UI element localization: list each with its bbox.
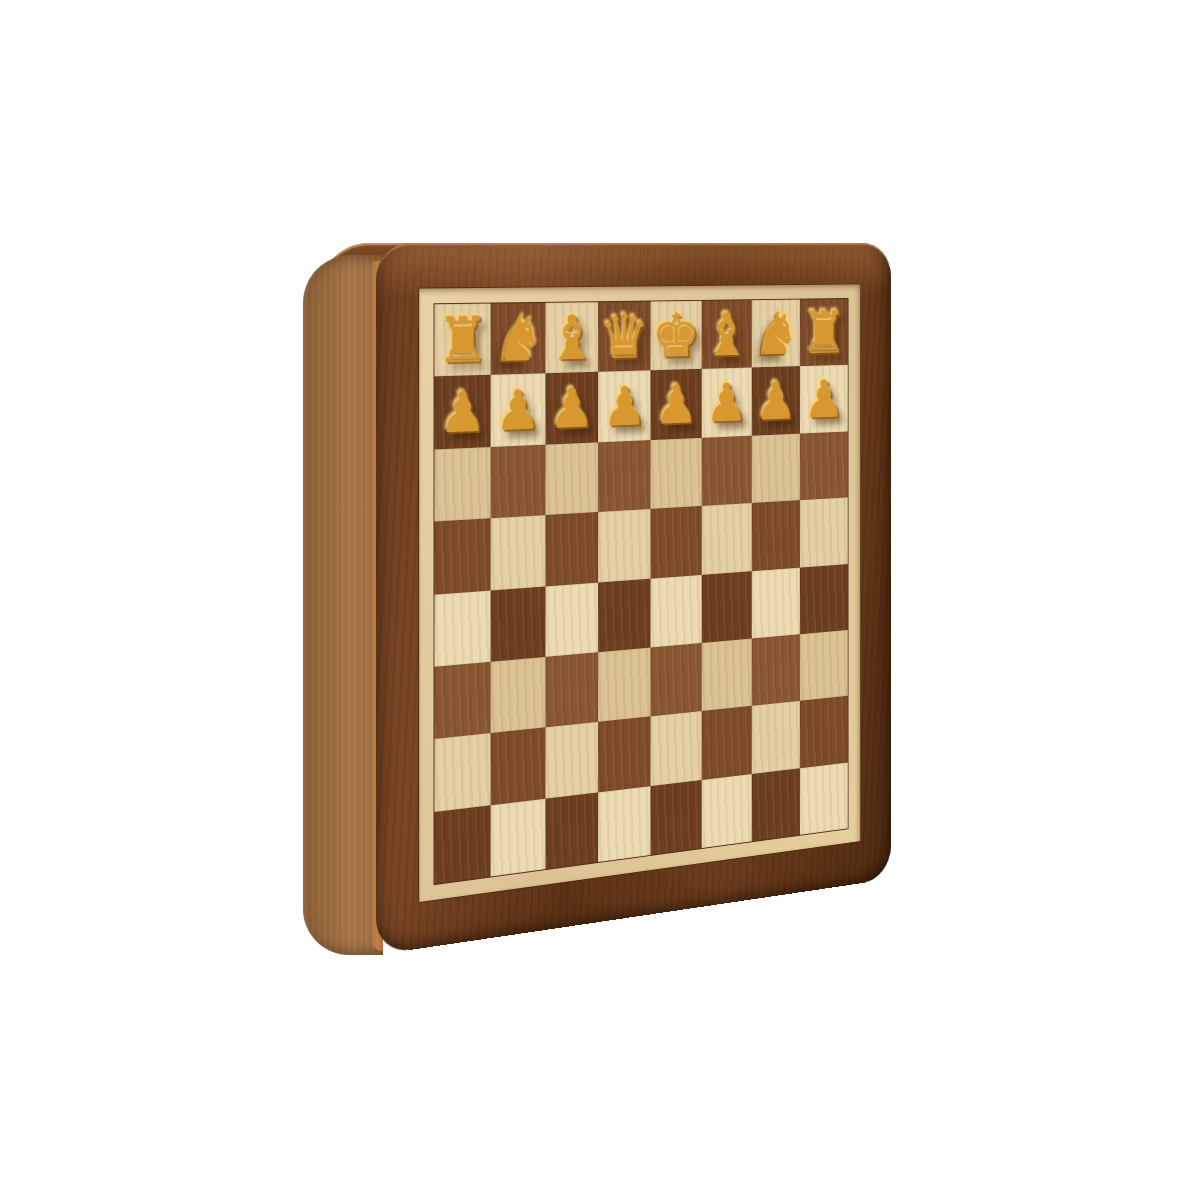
square-a3[interactable] [434, 662, 490, 739]
piece-bishop[interactable]: ♝ [545, 302, 598, 373]
square-f6[interactable] [701, 435, 751, 506]
square-c6[interactable] [545, 442, 598, 515]
piece-pawn[interactable]: ♟ [434, 375, 490, 449]
square-f4[interactable] [701, 571, 751, 643]
square-d3[interactable] [598, 647, 650, 722]
square-e4[interactable] [650, 574, 701, 647]
piece-rook[interactable]: ♜ [800, 299, 848, 367]
square-a6[interactable] [434, 447, 490, 522]
square-f5[interactable] [701, 503, 751, 574]
piece-pawn[interactable]: ♟ [751, 366, 800, 435]
square-c3[interactable] [545, 652, 598, 728]
square-h4[interactable] [800, 564, 848, 634]
square-a8[interactable]: ♜ [434, 304, 490, 377]
square-c8[interactable]: ♝ [545, 302, 598, 373]
square-b1[interactable] [490, 798, 545, 876]
square-f2[interactable] [701, 706, 751, 780]
square-d7[interactable]: ♟ [598, 371, 650, 442]
square-e7[interactable]: ♟ [650, 369, 701, 440]
square-d4[interactable] [598, 578, 650, 652]
piece-pawn[interactable]: ♟ [490, 374, 545, 447]
square-e2[interactable] [650, 711, 701, 786]
piece-rook[interactable]: ♜ [434, 304, 490, 377]
square-h1[interactable] [800, 762, 848, 835]
square-g6[interactable] [751, 433, 800, 503]
square-c7[interactable]: ♟ [545, 372, 598, 444]
square-b7[interactable]: ♟ [490, 374, 545, 447]
box-side-panel [303, 255, 383, 955]
square-g4[interactable] [751, 567, 800, 638]
square-a1[interactable] [434, 805, 490, 884]
square-c5[interactable] [545, 512, 598, 586]
piece-pawn[interactable]: ♟ [650, 369, 701, 440]
square-f8[interactable]: ♝ [701, 300, 751, 369]
piece-pawn[interactable]: ♟ [545, 372, 598, 444]
square-d8[interactable]: ♛ [598, 301, 650, 372]
square-c2[interactable] [545, 722, 598, 798]
square-g3[interactable] [751, 634, 800, 706]
square-b6[interactable] [490, 444, 545, 518]
piece-pawn[interactable]: ♟ [800, 365, 848, 433]
square-h8[interactable]: ♜ [800, 299, 848, 367]
piece-knight[interactable]: ♞ [490, 303, 545, 375]
square-f7[interactable]: ♟ [701, 368, 751, 438]
square-g7[interactable]: ♟ [751, 366, 800, 435]
square-h2[interactable] [800, 696, 848, 768]
square-e8[interactable]: ♚ [650, 301, 701, 371]
square-f1[interactable] [701, 774, 751, 848]
board-border-inlay: ♜♞♝♛♚♝♞♜♟♟♟♟♟♟♟♟ [418, 283, 861, 903]
square-b2[interactable] [490, 728, 545, 805]
square-b3[interactable] [490, 657, 545, 733]
piece-king[interactable]: ♚ [650, 301, 701, 371]
square-e3[interactable] [650, 643, 701, 717]
square-h6[interactable] [800, 431, 848, 500]
square-b8[interactable]: ♞ [490, 303, 545, 375]
piece-bishop[interactable]: ♝ [701, 300, 751, 369]
square-c4[interactable] [545, 582, 598, 657]
square-e6[interactable] [650, 438, 701, 509]
chess-board-grid: ♜♞♝♛♚♝♞♜♟♟♟♟♟♟♟♟ [434, 298, 849, 885]
square-a2[interactable] [434, 733, 490, 811]
square-g5[interactable] [751, 500, 800, 571]
square-b5[interactable] [490, 515, 545, 590]
square-g1[interactable] [751, 768, 800, 841]
product-photo-stage: ♜♞♝♛♚♝♞♜♟♟♟♟♟♟♟♟ [0, 0, 1200, 1200]
board-face: ♜♞♝♛♚♝♞♜♟♟♟♟♟♟♟♟ [376, 243, 891, 955]
piece-pawn[interactable]: ♟ [598, 371, 650, 442]
square-d1[interactable] [598, 786, 650, 862]
square-f3[interactable] [701, 638, 751, 711]
square-d2[interactable] [598, 717, 650, 792]
square-c1[interactable] [545, 792, 598, 869]
piece-knight[interactable]: ♞ [751, 300, 800, 368]
square-h5[interactable] [800, 497, 848, 567]
square-a7[interactable]: ♟ [434, 375, 490, 449]
piece-queen[interactable]: ♛ [598, 301, 650, 372]
square-a5[interactable] [434, 518, 490, 594]
square-g2[interactable] [751, 701, 800, 774]
piece-pawn[interactable]: ♟ [701, 368, 751, 438]
square-e5[interactable] [650, 506, 701, 578]
square-h7[interactable]: ♟ [800, 365, 848, 433]
square-e1[interactable] [650, 780, 701, 855]
square-h3[interactable] [800, 630, 848, 701]
square-a4[interactable] [434, 590, 490, 667]
square-g8[interactable]: ♞ [751, 300, 800, 368]
square-b4[interactable] [490, 586, 545, 662]
square-d5[interactable] [598, 509, 650, 582]
square-d6[interactable] [598, 440, 650, 512]
